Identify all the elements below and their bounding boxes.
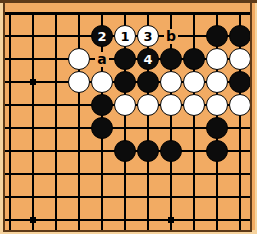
stone-black — [91, 94, 113, 116]
board-frame-bottom — [3, 230, 252, 232]
grid-line-h — [5, 196, 250, 198]
grid-line-v — [170, 12, 172, 230]
stone-black — [137, 71, 159, 93]
go-diagram: 2134ab — [0, 0, 257, 234]
stone-black — [114, 48, 136, 70]
stone-black — [160, 48, 182, 70]
grid-line-v — [78, 12, 80, 230]
grid-line-h — [5, 12, 250, 15]
stone-number: 1 — [120, 30, 129, 43]
stone-black — [160, 140, 182, 162]
board-frame-right — [250, 2, 252, 232]
stone-white — [183, 71, 205, 93]
stone-number: 3 — [143, 30, 152, 43]
stone-black: 4 — [137, 48, 159, 70]
point-label-b: b — [164, 29, 178, 44]
stone-black — [206, 117, 228, 139]
grid-line-v — [55, 12, 57, 230]
stone-white — [137, 94, 159, 116]
stone-number: 2 — [97, 30, 106, 43]
stone-black — [229, 71, 251, 93]
board-frame-left — [3, 2, 5, 232]
stone-black — [229, 25, 251, 47]
stone-white — [160, 94, 182, 116]
star-point — [168, 217, 174, 223]
stone-white — [206, 71, 228, 93]
star-point — [30, 217, 36, 223]
grid-line-h — [5, 219, 250, 221]
grid-line-v — [32, 12, 34, 230]
grid-line-v — [193, 12, 195, 230]
stone-white — [183, 94, 205, 116]
stone-black — [183, 48, 205, 70]
stone-white — [229, 94, 251, 116]
stone-white — [160, 71, 182, 93]
stone-black — [206, 140, 228, 162]
stone-white — [206, 48, 228, 70]
stone-black — [206, 25, 228, 47]
stone-white: 1 — [114, 25, 136, 47]
stone-white — [114, 94, 136, 116]
point-label-a: a — [95, 52, 109, 67]
stone-black — [114, 71, 136, 93]
grid-line-v — [9, 12, 11, 230]
stone-white — [229, 48, 251, 70]
stone-white — [91, 71, 113, 93]
stone-black — [114, 140, 136, 162]
stone-white — [68, 71, 90, 93]
star-point — [30, 79, 36, 85]
stone-number: 4 — [143, 53, 152, 66]
grid-line-h — [5, 173, 250, 175]
stone-black — [137, 140, 159, 162]
stone-white — [68, 48, 90, 70]
board-frame-top — [0, 0, 257, 3]
stone-white — [206, 94, 228, 116]
stone-black — [91, 117, 113, 139]
stone-black: 2 — [91, 25, 113, 47]
goban: 2134ab — [5, 3, 255, 230]
stone-white: 3 — [137, 25, 159, 47]
